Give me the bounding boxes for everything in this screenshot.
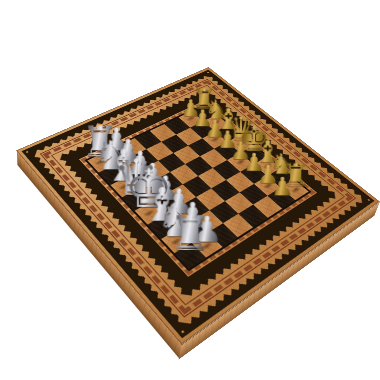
product-photo-scene: ♜♟♞♟♝♟♛♟♚♟♝♟♟♞♜♟♟♜♞♟♟♝♟♛♟♚♟♝♟♞♟♜ [0,0,380,380]
white-pawn-glyph: ♟ [271,175,294,198]
chess-board-3d: ♜♟♞♟♝♟♛♟♚♟♝♟♟♞♜♟♟♜♞♟♟♝♟♛♟♚♟♝♟♞♟♜ [16,67,380,345]
piece-black-rook[interactable]: ♜ [163,200,217,257]
black-rook-glyph: ♜ [169,213,212,257]
piece-white-pawn[interactable]: ♟ [258,148,307,199]
